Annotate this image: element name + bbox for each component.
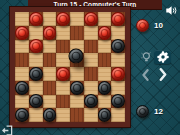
square-r6c2[interactable] <box>29 81 43 95</box>
square-r3c8[interactable] <box>111 40 125 54</box>
red-captures-counter: 10 <box>136 19 163 32</box>
black-piece[interactable] <box>111 94 125 108</box>
square-r6c6[interactable] <box>84 81 98 95</box>
square-r2c3[interactable] <box>43 26 57 40</box>
square-r7c4[interactable] <box>56 95 70 109</box>
square-r5c6[interactable] <box>84 67 98 81</box>
square-r3c3[interactable] <box>43 40 57 54</box>
square-r5c3[interactable] <box>43 67 57 81</box>
settings-button[interactable] <box>154 50 171 64</box>
red-piece[interactable] <box>43 26 57 40</box>
red-piece[interactable] <box>84 12 98 26</box>
square-r4c1[interactable] <box>15 53 29 67</box>
square-r2c8[interactable] <box>111 26 125 40</box>
square-r8c5[interactable] <box>70 108 84 122</box>
black-piece[interactable] <box>70 81 84 95</box>
red-piece[interactable] <box>29 12 43 26</box>
square-r7c8[interactable] <box>111 95 125 109</box>
square-r1c8[interactable] <box>111 12 125 26</box>
square-r4c8[interactable] <box>111 53 125 67</box>
redo-button[interactable] <box>157 67 169 81</box>
square-r7c3[interactable] <box>43 95 57 109</box>
square-r4c2[interactable] <box>29 53 43 67</box>
board-grid <box>15 12 125 122</box>
red-piece[interactable] <box>15 26 29 40</box>
square-r8c4[interactable] <box>56 108 70 122</box>
square-r5c8[interactable] <box>111 67 125 81</box>
square-r2c2[interactable] <box>29 26 43 40</box>
black-piece[interactable] <box>84 94 98 108</box>
square-r8c7[interactable] <box>98 108 112 122</box>
square-r5c1[interactable] <box>15 67 29 81</box>
red-piece[interactable] <box>56 12 70 26</box>
square-r2c1[interactable] <box>15 26 29 40</box>
square-r6c4[interactable] <box>56 81 70 95</box>
square-r1c2[interactable] <box>29 12 43 26</box>
square-r2c5[interactable] <box>70 26 84 40</box>
black-piece[interactable] <box>111 39 125 53</box>
chevron-right-icon <box>158 68 168 81</box>
red-piece[interactable] <box>29 39 43 53</box>
square-r3c4[interactable] <box>56 40 70 54</box>
square-r6c1[interactable] <box>15 81 29 95</box>
black-captures-counter: 12 <box>136 105 163 118</box>
square-r3c6[interactable] <box>84 40 98 54</box>
chevron-left-icon <box>141 69 150 81</box>
exit-door-icon <box>2 125 13 135</box>
square-r4c7[interactable] <box>98 53 112 67</box>
square-r7c1[interactable] <box>15 95 29 109</box>
square-r2c7[interactable] <box>98 26 112 40</box>
square-r1c1[interactable] <box>15 12 29 26</box>
black-piece-counter-icon <box>136 105 149 118</box>
game-screen: Turn 15 - Computer's Turn 10 <box>0 0 180 135</box>
square-r4c5[interactable] <box>70 53 84 67</box>
checkers-board <box>10 7 130 127</box>
exit-button[interactable] <box>2 122 13 133</box>
black-piece[interactable] <box>68 49 83 64</box>
undo-button[interactable] <box>140 68 151 81</box>
black-piece[interactable] <box>15 81 29 95</box>
square-r7c6[interactable] <box>84 95 98 109</box>
square-r1c7[interactable] <box>98 12 112 26</box>
square-r4c3[interactable] <box>43 53 57 67</box>
square-r7c2[interactable] <box>29 95 43 109</box>
square-r7c7[interactable] <box>98 95 112 109</box>
square-r8c6[interactable] <box>84 108 98 122</box>
square-r1c5[interactable] <box>70 12 84 26</box>
square-r5c7[interactable] <box>98 67 112 81</box>
square-r5c4[interactable] <box>56 67 70 81</box>
red-piece[interactable] <box>111 12 125 26</box>
black-piece[interactable] <box>15 108 29 122</box>
red-piece[interactable] <box>56 67 70 81</box>
hint-button[interactable] <box>139 51 152 64</box>
square-r2c6[interactable] <box>84 26 98 40</box>
square-r4c6[interactable] <box>84 53 98 67</box>
volume-button[interactable] <box>166 1 178 10</box>
lightbulb-icon <box>140 51 152 64</box>
square-r7c5[interactable] <box>70 95 84 109</box>
speaker-icon <box>166 6 178 15</box>
square-r2c4[interactable] <box>56 26 70 40</box>
square-r8c8[interactable] <box>111 108 125 122</box>
square-r3c2[interactable] <box>29 40 43 54</box>
square-r8c2[interactable] <box>29 108 43 122</box>
red-piece[interactable] <box>98 26 112 40</box>
square-r1c4[interactable] <box>56 12 70 26</box>
red-piece-counter-icon <box>136 19 149 32</box>
square-r3c1[interactable] <box>15 40 29 54</box>
square-r6c7[interactable] <box>98 81 112 95</box>
square-r1c6[interactable] <box>84 12 98 26</box>
square-r6c8[interactable] <box>111 81 125 95</box>
red-piece[interactable] <box>111 67 125 81</box>
square-r5c2[interactable] <box>29 67 43 81</box>
black-piece-count: 12 <box>154 107 163 116</box>
black-piece[interactable] <box>98 81 112 95</box>
square-r8c3[interactable] <box>43 108 57 122</box>
square-r6c5[interactable] <box>70 81 84 95</box>
square-r1c3[interactable] <box>43 12 57 26</box>
square-r8c1[interactable] <box>15 108 29 122</box>
red-piece-count: 10 <box>154 21 163 30</box>
black-piece[interactable] <box>98 108 112 122</box>
square-r6c3[interactable] <box>43 81 57 95</box>
square-r3c7[interactable] <box>98 40 112 54</box>
black-piece[interactable] <box>29 94 43 108</box>
black-piece[interactable] <box>29 67 43 81</box>
black-piece[interactable] <box>43 108 57 122</box>
square-r5c5[interactable] <box>70 67 84 81</box>
gear-icon <box>157 51 169 63</box>
